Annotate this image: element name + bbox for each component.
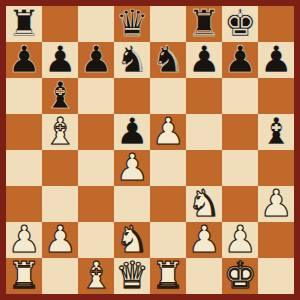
square-g8[interactable]: ♚ [222, 6, 258, 42]
square-b2[interactable]: ♟ [42, 222, 78, 258]
square-e3[interactable] [150, 186, 186, 222]
square-b7[interactable]: ♟ [42, 42, 78, 78]
square-f2[interactable]: ♟ [186, 222, 222, 258]
chess-board: ♜♛♜♚♟♟♟♞♞♟♟♟♝♝♟♟♝♟♞♟♟♟♞♟♟♜♝♛♜♚ [6, 6, 294, 294]
square-a6[interactable] [6, 78, 42, 114]
square-e8[interactable] [150, 6, 186, 42]
square-h4[interactable] [258, 150, 294, 186]
piece-black-bishop[interactable]: ♝ [43, 78, 76, 114]
square-b6[interactable]: ♝ [42, 78, 78, 114]
chess-board-frame: ♜♛♜♚♟♟♟♞♞♟♟♟♝♝♟♟♝♟♞♟♟♟♞♟♟♜♝♛♜♚ [0, 0, 300, 300]
square-h3[interactable]: ♟ [258, 186, 294, 222]
square-g7[interactable]: ♟ [222, 42, 258, 78]
square-c2[interactable] [78, 222, 114, 258]
square-d2[interactable]: ♞ [114, 222, 150, 258]
square-h1[interactable] [258, 258, 294, 294]
square-h5[interactable]: ♝ [258, 114, 294, 150]
piece-white-bishop[interactable]: ♝ [79, 258, 112, 294]
piece-white-pawn[interactable]: ♟ [115, 150, 148, 186]
square-e1[interactable]: ♜ [150, 258, 186, 294]
square-d4[interactable]: ♟ [114, 150, 150, 186]
piece-black-queen[interactable]: ♛ [115, 6, 148, 42]
square-d8[interactable]: ♛ [114, 6, 150, 42]
square-e2[interactable] [150, 222, 186, 258]
piece-black-king[interactable]: ♚ [223, 6, 256, 42]
square-a2[interactable]: ♟ [6, 222, 42, 258]
square-g3[interactable] [222, 186, 258, 222]
piece-black-rook[interactable]: ♜ [187, 6, 220, 42]
square-h8[interactable] [258, 6, 294, 42]
square-e7[interactable]: ♞ [150, 42, 186, 78]
piece-white-pawn[interactable]: ♟ [151, 114, 184, 150]
piece-black-knight[interactable]: ♞ [115, 42, 148, 78]
piece-white-knight[interactable]: ♞ [187, 186, 220, 222]
square-g6[interactable] [222, 78, 258, 114]
square-g2[interactable]: ♟ [222, 222, 258, 258]
square-d7[interactable]: ♞ [114, 42, 150, 78]
square-d5[interactable]: ♟ [114, 114, 150, 150]
piece-black-pawn[interactable]: ♟ [7, 42, 40, 78]
square-h6[interactable] [258, 78, 294, 114]
piece-white-rook[interactable]: ♜ [151, 258, 184, 294]
piece-white-king[interactable]: ♚ [223, 258, 256, 294]
square-c6[interactable] [78, 78, 114, 114]
piece-black-pawn[interactable]: ♟ [115, 114, 148, 150]
square-f3[interactable]: ♞ [186, 186, 222, 222]
square-f4[interactable] [186, 150, 222, 186]
piece-white-pawn[interactable]: ♟ [223, 222, 256, 258]
square-e4[interactable] [150, 150, 186, 186]
piece-white-pawn[interactable]: ♟ [187, 222, 220, 258]
square-c8[interactable] [78, 6, 114, 42]
piece-black-rook[interactable]: ♜ [7, 6, 40, 42]
piece-black-pawn[interactable]: ♟ [43, 42, 76, 78]
square-a4[interactable] [6, 150, 42, 186]
square-d1[interactable]: ♛ [114, 258, 150, 294]
square-c4[interactable] [78, 150, 114, 186]
square-f1[interactable] [186, 258, 222, 294]
square-a1[interactable]: ♜ [6, 258, 42, 294]
square-f7[interactable]: ♟ [186, 42, 222, 78]
piece-white-queen[interactable]: ♛ [115, 258, 148, 294]
square-e5[interactable]: ♟ [150, 114, 186, 150]
square-e6[interactable] [150, 78, 186, 114]
piece-black-pawn[interactable]: ♟ [187, 42, 220, 78]
square-g5[interactable] [222, 114, 258, 150]
square-c5[interactable] [78, 114, 114, 150]
square-f8[interactable]: ♜ [186, 6, 222, 42]
square-h7[interactable]: ♟ [258, 42, 294, 78]
piece-white-knight[interactable]: ♞ [115, 222, 148, 258]
piece-black-pawn[interactable]: ♟ [223, 42, 256, 78]
square-a8[interactable]: ♜ [6, 6, 42, 42]
square-a5[interactable] [6, 114, 42, 150]
piece-black-bishop[interactable]: ♝ [259, 114, 292, 150]
square-b8[interactable] [42, 6, 78, 42]
square-c7[interactable]: ♟ [78, 42, 114, 78]
square-d3[interactable] [114, 186, 150, 222]
square-a3[interactable] [6, 186, 42, 222]
piece-white-bishop[interactable]: ♝ [43, 114, 76, 150]
square-c1[interactable]: ♝ [78, 258, 114, 294]
square-b3[interactable] [42, 186, 78, 222]
square-f6[interactable] [186, 78, 222, 114]
square-d6[interactable] [114, 78, 150, 114]
piece-black-pawn[interactable]: ♟ [79, 42, 112, 78]
square-b4[interactable] [42, 150, 78, 186]
square-b1[interactable] [42, 258, 78, 294]
piece-black-knight[interactable]: ♞ [151, 42, 184, 78]
square-g1[interactable]: ♚ [222, 258, 258, 294]
square-b5[interactable]: ♝ [42, 114, 78, 150]
piece-white-rook[interactable]: ♜ [7, 258, 40, 294]
square-g4[interactable] [222, 150, 258, 186]
piece-white-pawn[interactable]: ♟ [7, 222, 40, 258]
square-a7[interactable]: ♟ [6, 42, 42, 78]
piece-black-pawn[interactable]: ♟ [259, 42, 292, 78]
square-c3[interactable] [78, 186, 114, 222]
piece-white-pawn[interactable]: ♟ [259, 186, 292, 222]
square-f5[interactable] [186, 114, 222, 150]
piece-white-pawn[interactable]: ♟ [43, 222, 76, 258]
square-h2[interactable] [258, 222, 294, 258]
